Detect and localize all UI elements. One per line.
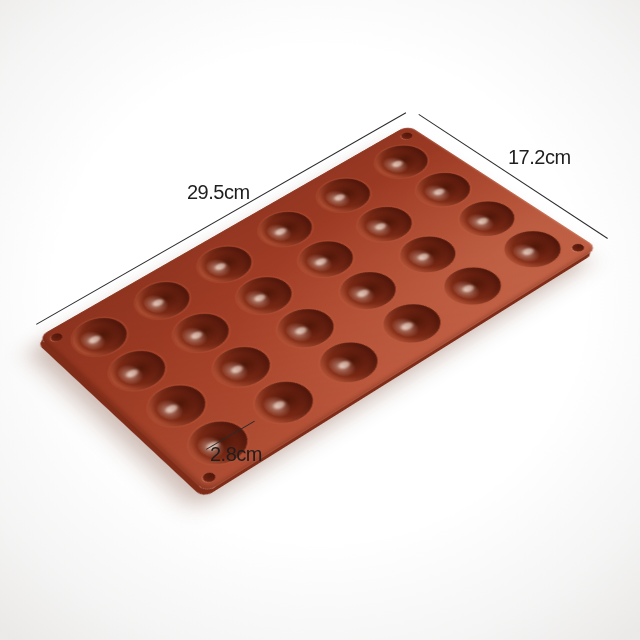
corner-hole — [570, 243, 587, 254]
mold-cavity — [433, 260, 513, 312]
product-photo-scene: 29.5cm 17.2cm 2.8cm — [0, 0, 640, 640]
dimension-label-cavity: 2.8cm — [210, 443, 262, 466]
dimension-label-length: 29.5cm — [187, 181, 250, 204]
dimension-label-width: 17.2cm — [508, 146, 571, 169]
silicone-mold — [38, 125, 598, 493]
mold-cavity — [493, 224, 572, 275]
corner-hole — [399, 131, 414, 140]
corner-hole — [49, 332, 64, 343]
corner-hole — [200, 471, 217, 484]
